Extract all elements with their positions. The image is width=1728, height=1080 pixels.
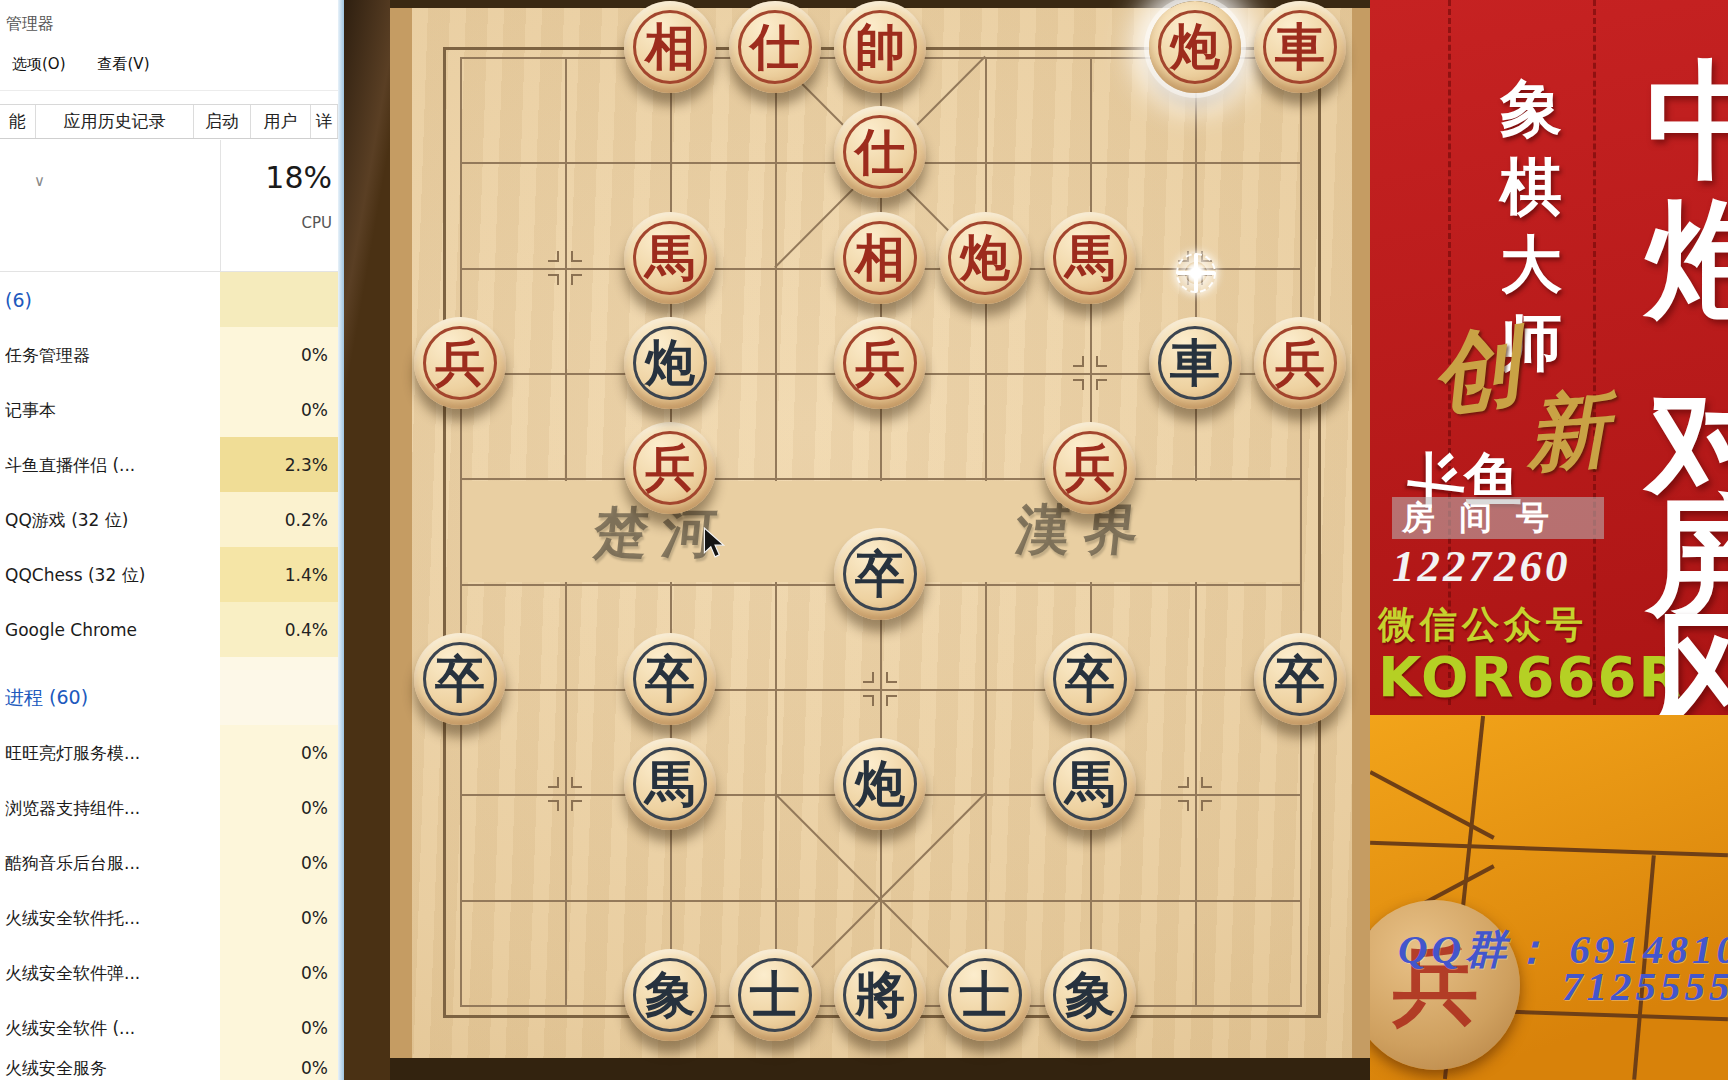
process-row[interactable]: QQChess (32 位)1.4% xyxy=(0,547,338,602)
process-row[interactable]: QQ游戏 (32 位)0.2% xyxy=(0,492,338,547)
process-row[interactable]: 火绒安全软件 (...0% xyxy=(0,1000,338,1055)
process-row[interactable]: 浏览器支持组件...0% xyxy=(0,780,338,835)
piece-glyph: 車 xyxy=(1275,22,1325,72)
process-name: 火绒安全软件 (... xyxy=(5,1016,215,1039)
piece-red-仕[interactable]: 仕 xyxy=(834,106,926,198)
piece-glyph: 士 xyxy=(960,970,1010,1020)
process-name: 火绒安全软件弹... xyxy=(5,961,215,984)
piece-glyph: 兵 xyxy=(435,338,485,388)
piece-red-車[interactable]: 車 xyxy=(1254,1,1346,93)
dashed-divider xyxy=(1593,0,1596,705)
process-cpu: 0% xyxy=(220,725,338,780)
piece-red-炮[interactable]: 炮 xyxy=(939,212,1031,304)
qq-group-line2: 7125555 xyxy=(1562,962,1728,1010)
piece-black-卒[interactable]: 卒 xyxy=(624,633,716,725)
mouse-arrow-cursor xyxy=(702,527,726,563)
process-cpu: 0% xyxy=(220,382,338,437)
piece-glyph: 馬 xyxy=(645,759,695,809)
process-name: 记事本 xyxy=(5,398,215,421)
piece-glyph: 仕 xyxy=(855,127,905,177)
process-name: 旺旺亮灯服务模... xyxy=(5,741,215,764)
process-cpu xyxy=(220,670,338,725)
piece-black-象[interactable]: 象 xyxy=(1044,949,1136,1041)
piece-glyph: 炮 xyxy=(960,233,1010,283)
process-row[interactable]: 记事本0% xyxy=(0,382,338,437)
tab-用户[interactable]: 用户 xyxy=(251,105,311,138)
piece-glyph: 士 xyxy=(750,970,800,1020)
tab-bar: 能应用历史记录启动用户详 xyxy=(0,104,338,139)
process-name: 斗鱼直播伴侣 (... xyxy=(5,453,215,476)
piece-glyph: 卒 xyxy=(645,654,695,704)
piece-glyph: 馬 xyxy=(1065,759,1115,809)
tab-启动[interactable]: 启动 xyxy=(194,105,251,138)
tab-应用历史记录[interactable]: 应用历史记录 xyxy=(36,105,194,138)
process-cpu: 2.3% xyxy=(220,437,338,492)
process-name: QQChess (32 位) xyxy=(5,563,215,586)
process-row[interactable]: 任务管理器0% xyxy=(0,327,338,382)
process-cpu: 0% xyxy=(220,835,338,890)
menu-bar: 选项(O)查看(V) xyxy=(12,55,149,74)
process-cpu: 1.4% xyxy=(220,547,338,602)
piece-red-兵[interactable]: 兵 xyxy=(834,317,926,409)
process-row[interactable]: Google Chrome0.4% xyxy=(0,602,338,657)
piece-glyph: 相 xyxy=(855,233,905,283)
piece-red-兵[interactable]: 兵 xyxy=(1044,422,1136,514)
room-label-band: 房间号 xyxy=(1392,497,1604,539)
chevron-down-icon[interactable]: ∨ xyxy=(34,172,45,190)
piece-black-卒[interactable]: 卒 xyxy=(834,528,926,620)
process-name: (6) xyxy=(5,289,215,311)
stream-banner: 象棋大师 创 新 斗鱼 房间号 1227260 微信公众号 KOR666R 中炮… xyxy=(1370,0,1728,1080)
screen: 管理器 选项(O)查看(V) 能应用历史记录启动用户详 ∨ 18% CPU (6… xyxy=(0,0,1728,1080)
menu-item-1[interactable]: 查看(V) xyxy=(98,55,150,74)
piece-glyph: 炮 xyxy=(855,759,905,809)
process-cpu: 0% xyxy=(220,327,338,382)
process-row[interactable]: 旺旺亮灯服务模...0% xyxy=(0,725,338,780)
tab-详[interactable]: 详 xyxy=(311,105,338,138)
process-name: Google Chrome xyxy=(5,620,215,640)
process-row[interactable]: 火绒安全软件托...0% xyxy=(0,890,338,945)
cpu-total-value: 18% xyxy=(120,160,332,195)
process-name: 酷狗音乐后台服... xyxy=(5,851,215,874)
process-name: 浏览器支持组件... xyxy=(5,796,215,819)
piece-glyph: 炮 xyxy=(645,338,695,388)
script-char-1: 创 xyxy=(1424,306,1528,436)
process-row[interactable]: 火绒安全服务0% xyxy=(0,1055,338,1080)
piece-black-炮[interactable]: 炮 xyxy=(624,317,716,409)
room-number: 1227260 xyxy=(1392,540,1571,592)
process-name: QQ游戏 (32 位) xyxy=(5,508,215,531)
menu-item-0[interactable]: 选项(O) xyxy=(12,55,66,74)
piece-glyph: 象 xyxy=(1065,970,1115,1020)
process-cpu: 0% xyxy=(220,780,338,835)
piece-red-兵[interactable]: 兵 xyxy=(414,317,506,409)
piece-glyph: 車 xyxy=(1170,338,1220,388)
task-manager-window: 管理器 选项(O)查看(V) 能应用历史记录启动用户详 ∨ 18% CPU (6… xyxy=(0,0,338,1080)
process-cpu: 0% xyxy=(220,890,338,945)
piece-black-馬[interactable]: 馬 xyxy=(1044,738,1136,830)
wechat-id: KOR666R xyxy=(1378,644,1684,709)
wechat-label: 微信公众号 xyxy=(1378,600,1588,650)
process-cpu: 0% xyxy=(220,1055,338,1080)
piece-red-馬[interactable]: 馬 xyxy=(624,212,716,304)
process-cpu: 0% xyxy=(220,945,338,1000)
piece-glyph: 兵 xyxy=(1275,338,1325,388)
column-divider xyxy=(220,140,221,271)
sparkle-cursor[interactable] xyxy=(1173,250,1219,296)
frame-bottom xyxy=(390,1058,1370,1080)
piece-black-車[interactable]: 車 xyxy=(1149,317,1241,409)
piece-black-卒[interactable]: 卒 xyxy=(1044,633,1136,725)
process-name: 火绒安全软件托... xyxy=(5,906,215,929)
piece-black-士[interactable]: 士 xyxy=(939,949,1031,1041)
piece-black-炮[interactable]: 炮 xyxy=(834,738,926,830)
piece-glyph: 兵 xyxy=(855,338,905,388)
piece-black-卒[interactable]: 卒 xyxy=(414,633,506,725)
piece-glyph: 炮 xyxy=(1170,22,1220,72)
process-name: 进程 (60) xyxy=(5,685,215,711)
piece-black-象[interactable]: 象 xyxy=(624,949,716,1041)
piece-red-帥[interactable]: 帥 xyxy=(834,1,926,93)
big-char-中: 中 xyxy=(1646,57,1728,185)
process-name: 火绒安全服务 xyxy=(5,1057,215,1080)
piece-glyph: 卒 xyxy=(855,549,905,599)
process-group-row[interactable]: 进程 (60) xyxy=(0,670,338,725)
piece-red-炮[interactable]: 炮 xyxy=(1149,1,1241,93)
piece-glyph: 帥 xyxy=(855,22,905,72)
process-row[interactable]: 斗鱼直播伴侣 (...2.3% xyxy=(0,437,338,492)
piece-glyph: 將 xyxy=(855,970,905,1020)
piece-glyph: 卒 xyxy=(1275,654,1325,704)
window-title: 管理器 xyxy=(6,14,54,35)
process-row[interactable]: 酷狗音乐后台服...0% xyxy=(0,835,338,890)
process-row[interactable]: 火绒安全软件弹...0% xyxy=(0,945,338,1000)
piece-glyph: 馬 xyxy=(645,233,695,283)
piece-red-仕[interactable]: 仕 xyxy=(729,1,821,93)
cpu-column-header[interactable]: CPU xyxy=(120,214,332,232)
process-cpu: 0.2% xyxy=(220,492,338,547)
piece-glyph: 仕 xyxy=(750,22,800,72)
divider xyxy=(0,90,338,91)
tab-能[interactable]: 能 xyxy=(0,105,36,138)
piece-glyph: 兵 xyxy=(1065,443,1115,493)
big-char-炮: 炮 xyxy=(1646,196,1728,324)
process-cpu: 0% xyxy=(220,1000,338,1055)
piece-black-將[interactable]: 將 xyxy=(834,949,926,1041)
script-char-2: 新 xyxy=(1522,375,1611,490)
process-cpu: 0.4% xyxy=(220,602,338,657)
piece-glyph: 馬 xyxy=(1065,233,1115,283)
piece-glyph: 兵 xyxy=(645,443,695,493)
piece-red-兵[interactable]: 兵 xyxy=(624,422,716,514)
piece-glyph: 相 xyxy=(645,22,695,72)
process-group-row[interactable]: (6) xyxy=(0,272,338,327)
process-name: 任务管理器 xyxy=(5,343,215,366)
piece-red-相[interactable]: 相 xyxy=(624,1,716,93)
piece-red-相[interactable]: 相 xyxy=(834,212,926,304)
piece-black-卒[interactable]: 卒 xyxy=(1254,633,1346,725)
xiangqi-window: 楚河 漢界 相仕帥炮車仕馬相炮馬兵兵兵兵兵炮車卒卒卒卒卒馬炮馬象士將士象 xyxy=(344,0,1370,1080)
piece-red-兵[interactable]: 兵 xyxy=(1254,317,1346,409)
process-cpu xyxy=(220,272,338,327)
piece-glyph: 卒 xyxy=(1065,654,1115,704)
piece-black-馬[interactable]: 馬 xyxy=(624,738,716,830)
board-photo: 兵 xyxy=(1370,715,1728,1080)
piece-red-馬[interactable]: 馬 xyxy=(1044,212,1136,304)
piece-glyph: 象 xyxy=(645,970,695,1020)
piece-black-士[interactable]: 士 xyxy=(729,949,821,1041)
process-list: (6)任务管理器0%记事本0%斗鱼直播伴侣 (...2.3%QQ游戏 (32 位… xyxy=(0,272,338,1080)
piece-glyph: 卒 xyxy=(435,654,485,704)
